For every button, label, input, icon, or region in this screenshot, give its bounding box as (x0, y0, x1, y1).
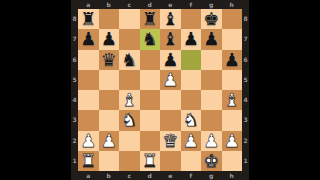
square-d6[interactable] (140, 50, 161, 70)
square-b1[interactable] (99, 151, 120, 171)
square-e5[interactable]: ♟ (160, 70, 181, 90)
square-d7[interactable]: ♞ (140, 29, 161, 49)
frame-corner (71, 171, 78, 180)
piece-black-knight[interactable]: ♞ (121, 50, 137, 68)
piece-white-pawn[interactable]: ♟ (183, 131, 199, 149)
rank-label-8: 8 (242, 9, 249, 29)
square-e8[interactable]: ♝ (160, 9, 181, 29)
square-f4[interactable] (181, 90, 202, 110)
square-b7[interactable]: ♟ (99, 29, 120, 49)
square-c7[interactable] (119, 29, 140, 49)
piece-white-rook[interactable]: ♜ (80, 151, 96, 169)
square-g2[interactable]: ♟ (201, 131, 222, 151)
piece-black-king[interactable]: ♚ (203, 10, 219, 28)
rank-label-8: 8 (71, 9, 78, 29)
piece-white-pawn[interactable]: ♟ (162, 70, 178, 88)
piece-white-pawn[interactable]: ♟ (203, 131, 219, 149)
square-e3[interactable] (160, 110, 181, 130)
square-h8[interactable] (222, 9, 243, 29)
piece-white-bishop[interactable]: ♝ (224, 91, 240, 109)
piece-black-queen[interactable]: ♛ (101, 50, 117, 68)
square-h7[interactable] (222, 29, 243, 49)
file-label-b: b (99, 0, 120, 9)
file-label-f: f (181, 171, 202, 180)
file-label-h: h (222, 0, 243, 9)
square-f8[interactable] (181, 9, 202, 29)
rank-label-4: 4 (71, 90, 78, 110)
file-label-d: d (140, 0, 161, 9)
rank-label-7: 7 (242, 29, 249, 49)
square-b5[interactable] (99, 70, 120, 90)
rank-label-7: 7 (71, 29, 78, 49)
square-f1[interactable] (181, 151, 202, 171)
square-b8[interactable] (99, 9, 120, 29)
square-b4[interactable] (99, 90, 120, 110)
square-d1[interactable]: ♜ (140, 151, 161, 171)
square-f5[interactable] (181, 70, 202, 90)
square-c3[interactable]: ♞ (119, 110, 140, 130)
letterbox-left (0, 0, 71, 180)
piece-black-pawn[interactable]: ♟ (183, 30, 199, 48)
square-c6[interactable]: ♞ (119, 50, 140, 70)
letterbox-right (249, 0, 320, 180)
square-a4[interactable] (78, 90, 99, 110)
rank-label-2: 2 (71, 131, 78, 151)
file-label-g: g (201, 171, 222, 180)
square-h4[interactable]: ♝ (222, 90, 243, 110)
rank-label-5: 5 (242, 70, 249, 90)
square-e6[interactable]: ♟ (160, 50, 181, 70)
piece-white-king[interactable]: ♚ (203, 151, 219, 169)
piece-white-pawn[interactable]: ♟ (80, 131, 96, 149)
piece-white-knight[interactable]: ♞ (121, 111, 137, 129)
frame-corner (71, 0, 78, 9)
square-d5[interactable] (140, 70, 161, 90)
file-label-a: a (78, 0, 99, 9)
file-label-b: b (99, 171, 120, 180)
rank-label-1: 1 (71, 151, 78, 171)
square-f6[interactable] (181, 50, 202, 70)
square-g7[interactable]: ♟ (201, 29, 222, 49)
piece-black-pawn[interactable]: ♟ (224, 50, 240, 68)
piece-black-pawn[interactable]: ♟ (101, 30, 117, 48)
rank-label-1: 1 (242, 151, 249, 171)
rank-label-3: 3 (242, 110, 249, 130)
file-label-d: d (140, 171, 161, 180)
square-e4[interactable] (160, 90, 181, 110)
square-b2[interactable]: ♟ (99, 131, 120, 151)
square-a6[interactable] (78, 50, 99, 70)
square-a8[interactable]: ♜ (78, 9, 99, 29)
file-label-f: f (181, 0, 202, 9)
square-f3[interactable]: ♞ (181, 110, 202, 130)
piece-white-queen[interactable]: ♛ (162, 131, 178, 149)
square-c5[interactable] (119, 70, 140, 90)
square-a3[interactable] (78, 110, 99, 130)
screenshot-root: abcdefgh8♜♜♝♚87♟♟♞♝♟♟76♛♞♟♟65♟54♝♝43♞♞32… (0, 0, 320, 180)
square-a5[interactable] (78, 70, 99, 90)
square-e2[interactable]: ♛ (160, 131, 181, 151)
piece-black-pawn[interactable]: ♟ (80, 30, 96, 48)
square-g4[interactable] (201, 90, 222, 110)
square-d2[interactable] (140, 131, 161, 151)
square-g6[interactable] (201, 50, 222, 70)
file-label-e: e (160, 171, 181, 180)
square-g5[interactable] (201, 70, 222, 90)
square-h3[interactable] (222, 110, 243, 130)
file-label-g: g (201, 0, 222, 9)
piece-black-knight[interactable]: ♞ (142, 30, 158, 48)
square-c2[interactable] (119, 131, 140, 151)
piece-white-pawn[interactable]: ♟ (101, 131, 117, 149)
piece-white-pawn[interactable]: ♟ (224, 131, 240, 149)
piece-white-rook[interactable]: ♜ (142, 151, 158, 169)
square-c8[interactable] (119, 9, 140, 29)
frame-corner (242, 0, 249, 9)
square-d3[interactable] (140, 110, 161, 130)
piece-black-rook[interactable]: ♜ (142, 10, 158, 28)
square-h1[interactable] (222, 151, 243, 171)
square-g3[interactable] (201, 110, 222, 130)
square-d4[interactable] (140, 90, 161, 110)
square-g8[interactable]: ♚ (201, 9, 222, 29)
rank-label-5: 5 (71, 70, 78, 90)
rank-label-6: 6 (71, 50, 78, 70)
piece-black-bishop[interactable]: ♝ (162, 10, 178, 28)
square-d8[interactable]: ♜ (140, 9, 161, 29)
square-a7[interactable]: ♟ (78, 29, 99, 49)
square-b6[interactable]: ♛ (99, 50, 120, 70)
square-e1[interactable] (160, 151, 181, 171)
file-label-a: a (78, 171, 99, 180)
piece-white-bishop[interactable]: ♝ (121, 91, 137, 109)
square-c4[interactable]: ♝ (119, 90, 140, 110)
rank-label-4: 4 (242, 90, 249, 110)
square-f7[interactable]: ♟ (181, 29, 202, 49)
file-label-e: e (160, 0, 181, 9)
file-label-c: c (119, 171, 140, 180)
square-h2[interactable]: ♟ (222, 131, 243, 151)
rank-label-3: 3 (71, 110, 78, 130)
rank-label-2: 2 (242, 131, 249, 151)
square-e7[interactable]: ♝ (160, 29, 181, 49)
square-a1[interactable]: ♜ (78, 151, 99, 171)
rank-label-6: 6 (242, 50, 249, 70)
square-a2[interactable]: ♟ (78, 131, 99, 151)
frame-corner (242, 171, 249, 180)
file-label-h: h (222, 171, 243, 180)
file-label-c: c (119, 0, 140, 9)
square-c1[interactable] (119, 151, 140, 171)
square-h6[interactable]: ♟ (222, 50, 243, 70)
square-h5[interactable] (222, 70, 243, 90)
piece-black-rook[interactable]: ♜ (80, 10, 96, 28)
square-f2[interactable]: ♟ (181, 131, 202, 151)
piece-black-pawn[interactable]: ♟ (162, 50, 178, 68)
square-b3[interactable] (99, 110, 120, 130)
piece-black-pawn[interactable]: ♟ (203, 30, 219, 48)
chess-board: abcdefgh8♜♜♝♚87♟♟♞♝♟♟76♛♞♟♟65♟54♝♝43♞♞32… (71, 0, 249, 180)
square-g1[interactable]: ♚ (201, 151, 222, 171)
piece-white-knight[interactable]: ♞ (183, 111, 199, 129)
piece-black-bishop[interactable]: ♝ (162, 30, 178, 48)
